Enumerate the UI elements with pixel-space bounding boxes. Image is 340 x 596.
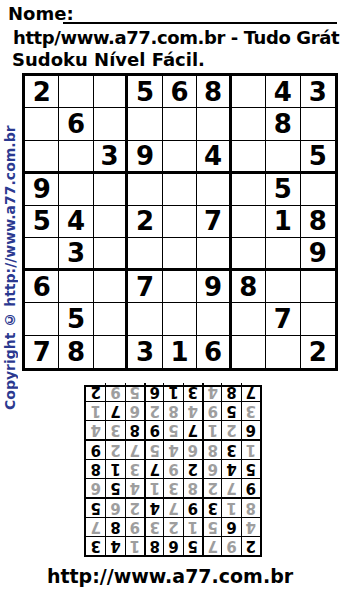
name-label: Nome:	[8, 3, 74, 24]
puzzle-cell-r9c9[interactable]: 2	[301, 336, 335, 368]
puzzle-cell-r5c2[interactable]: 4	[59, 206, 93, 238]
puzzle-cell-r5c5[interactable]	[163, 206, 197, 238]
solution-cell-r1c4: 5	[183, 536, 202, 555]
puzzle-cell-r6c9[interactable]: 9	[301, 238, 335, 271]
solution-cell-r9c7: 5	[125, 383, 144, 401]
solution-cell-r5c4: 2	[183, 459, 202, 478]
solution-cell-r1c7: 1	[125, 536, 144, 555]
puzzle-cell-r4c1[interactable]: 9	[25, 174, 59, 206]
puzzle-cell-r1c8[interactable]: 4	[266, 76, 300, 108]
puzzle-cell-r2c4[interactable]	[128, 108, 162, 140]
puzzle-cell-r9c6[interactable]: 6	[197, 336, 231, 368]
solution-cell-r2c6: 3	[144, 517, 163, 536]
solution-cell-r5c2: 4	[221, 459, 240, 478]
solution-cell-r3c9: 5	[86, 497, 105, 517]
puzzle-cell-r3c9[interactable]: 5	[301, 141, 335, 174]
solution-cell-r7c9: 4	[86, 420, 105, 439]
puzzle-cell-r1c1[interactable]: 2	[25, 76, 59, 108]
puzzle-cell-r6c6[interactable]	[197, 238, 231, 271]
puzzle-cell-r4c7[interactable]	[232, 174, 266, 206]
puzzle-cell-r4c4[interactable]	[128, 174, 162, 206]
puzzle-cell-r7c5[interactable]	[163, 271, 197, 303]
puzzle-cell-r5c8[interactable]: 1	[266, 206, 300, 238]
puzzle-cell-r5c1[interactable]: 5	[25, 206, 59, 238]
solution-cell-r3c5: 7	[163, 497, 182, 517]
puzzle-cell-r2c9[interactable]	[301, 108, 335, 140]
puzzle-cell-r8c7[interactable]	[232, 303, 266, 335]
solution-cell-r2c1: 4	[241, 517, 260, 536]
solution-cell-r7c2: 2	[221, 420, 240, 439]
solution-cell-r6c4: 6	[183, 439, 202, 459]
solution-cell-r7c4: 7	[183, 420, 202, 439]
puzzle-cell-r3c4[interactable]: 9	[128, 141, 162, 174]
puzzle-cell-r5c3[interactable]	[94, 206, 128, 238]
puzzle-cell-r4c3[interactable]	[94, 174, 128, 206]
solution-cell-r8c9: 1	[86, 401, 105, 420]
puzzle-cell-r8c2[interactable]: 5	[59, 303, 93, 335]
solution-cell-r6c8: 2	[105, 439, 124, 459]
puzzle-cell-r2c7[interactable]	[232, 108, 266, 140]
solution-cell-r6c5: 4	[163, 439, 182, 459]
puzzle-cell-r1c7[interactable]	[232, 76, 266, 108]
puzzle-cell-r9c8[interactable]	[266, 336, 300, 368]
puzzle-cell-r8c1[interactable]	[25, 303, 59, 335]
solution-cell-r5c6: 7	[144, 459, 163, 478]
puzzle-cell-r2c3[interactable]	[94, 108, 128, 140]
solution-cell-r2c4: 1	[183, 517, 202, 536]
sudoku-printable-page: Nome: http/www.a77.com.br - Tudo Grátis.…	[0, 0, 340, 596]
puzzle-cell-r3c3[interactable]: 3	[94, 141, 128, 174]
solution-cell-r1c6: 8	[144, 536, 163, 555]
puzzle-cell-r9c3[interactable]	[94, 336, 128, 368]
puzzle-cell-r6c3[interactable]	[94, 238, 128, 271]
solution-cell-r1c2: 9	[221, 536, 240, 555]
footer-url: http://www.a77.com.br	[0, 565, 340, 587]
puzzle-cell-r6c5[interactable]	[163, 238, 197, 271]
solution-cell-r2c7: 9	[125, 517, 144, 536]
puzzle-cell-r7c1[interactable]: 6	[25, 271, 59, 303]
puzzle-cell-r6c1[interactable]	[25, 238, 59, 271]
solution-cell-r7c6: 9	[144, 420, 163, 439]
solution-cell-r9c4: 3	[183, 383, 202, 401]
puzzle-cell-r7c4[interactable]: 7	[128, 271, 162, 303]
solution-cell-r7c1: 6	[241, 420, 260, 439]
solution-cell-r3c1: 8	[241, 497, 260, 517]
puzzle-cell-r2c5[interactable]	[163, 108, 197, 140]
solution-cell-r2c8: 8	[105, 517, 124, 536]
puzzle-cell-r8c9[interactable]	[301, 303, 335, 335]
solution-cell-r2c5: 2	[163, 517, 182, 536]
solution-cell-r1c5: 6	[163, 536, 182, 555]
solution-cell-r1c8: 4	[105, 536, 124, 555]
puzzle-cell-r5c4[interactable]: 2	[128, 206, 162, 238]
solution-cell-r3c8: 6	[105, 497, 124, 517]
puzzle-cell-r4c6[interactable]	[197, 174, 231, 206]
solution-cell-r3c7: 2	[125, 497, 144, 517]
puzzle-cell-r6c4[interactable]	[128, 238, 162, 271]
puzzle-cell-r3c8[interactable]	[266, 141, 300, 174]
solution-cell-r3c3: 3	[202, 497, 221, 517]
puzzle-cell-r2c8[interactable]: 8	[266, 108, 300, 140]
solution-cell-r7c8: 3	[105, 420, 124, 439]
puzzle-cell-r9c1[interactable]: 7	[25, 336, 59, 368]
solution-cell-r2c3: 5	[202, 517, 221, 536]
puzzle-cell-r4c2[interactable]	[59, 174, 93, 206]
solution-cell-r5c5: 9	[163, 459, 182, 478]
solution-cell-r3c2: 1	[221, 497, 240, 517]
solution-cell-r6c1: 1	[241, 439, 260, 459]
puzzle-cell-r9c5[interactable]: 1	[163, 336, 197, 368]
puzzle-cell-r4c9[interactable]	[301, 174, 335, 206]
puzzle-cell-r8c5[interactable]	[163, 303, 197, 335]
site-headline: http/www.a77.com.br - Tudo Grátis.	[13, 27, 340, 48]
puzzle-cell-r3c5[interactable]	[163, 141, 197, 174]
solution-cell-r5c7: 3	[125, 459, 144, 478]
puzzle-cell-r5c7[interactable]	[232, 206, 266, 238]
solution-cell-r3c6: 4	[144, 497, 163, 517]
puzzle-cell-r8c3[interactable]	[94, 303, 128, 335]
solution-cell-r3c4: 9	[183, 497, 202, 517]
puzzle-cell-r3c2[interactable]	[59, 141, 93, 174]
solution-cell-r2c2: 6	[221, 517, 240, 536]
puzzle-cell-r2c2[interactable]: 6	[59, 108, 93, 140]
puzzle-cell-r6c7[interactable]	[232, 238, 266, 271]
solution-cell-r1c3: 7	[202, 536, 221, 555]
puzzle-cell-r6c2[interactable]: 3	[59, 238, 93, 271]
puzzle-cell-r4c5[interactable]	[163, 174, 197, 206]
solution-cell-r6c6: 5	[144, 439, 163, 459]
puzzle-cell-r7c2[interactable]	[59, 271, 93, 303]
solution-cell-r4c1: 9	[241, 478, 260, 497]
copyright-vertical-text: Copyright © http://www.a77.com.br	[0, 85, 20, 450]
puzzle-cell-r1c4[interactable]: 5	[128, 76, 162, 108]
solution-cell-r5c1: 5	[241, 459, 260, 478]
solution-cell-r2c9: 7	[86, 517, 105, 536]
solution-cell-r4c5: 3	[163, 478, 182, 497]
sudoku-board: 2568436839459554271839679857783162	[22, 73, 338, 371]
puzzle-cell-r2c6[interactable]	[197, 108, 231, 140]
solution-cell-r5c3: 6	[202, 459, 221, 478]
puzzle-cell-r8c6[interactable]	[197, 303, 231, 335]
puzzle-cell-r7c3[interactable]	[94, 271, 128, 303]
solution-cell-r4c2: 7	[221, 478, 240, 497]
solution-cell-r4c9: 6	[86, 478, 105, 497]
solution-cell-r7c5: 5	[163, 420, 182, 439]
solution-cell-r6c2: 3	[221, 439, 240, 459]
puzzle-cell-r9c4[interactable]: 3	[128, 336, 162, 368]
puzzle-cell-r1c2[interactable]	[59, 76, 93, 108]
puzzle-cell-r7c8[interactable]	[266, 271, 300, 303]
solution-cell-r4c3: 2	[202, 478, 221, 497]
solution-cell-r8c1: 3	[241, 401, 260, 420]
solution-cell-r8c6: 2	[144, 401, 163, 420]
solution-cell-r8c2: 5	[221, 401, 240, 420]
solution-cell-r9c2: 8	[221, 383, 240, 401]
puzzle-cell-r8c4[interactable]	[128, 303, 162, 335]
puzzle-cell-r1c3[interactable]	[94, 76, 128, 108]
solution-cell-r9c9: 2	[86, 383, 105, 401]
solution-board-rotated: 2975681434651239878139742659728314565462…	[84, 385, 262, 557]
solution-cell-r8c7: 6	[125, 401, 144, 420]
solution-cell-r8c4: 4	[183, 401, 202, 420]
puzzle-cell-r3c6[interactable]: 4	[197, 141, 231, 174]
puzzle-cell-r6c8[interactable]	[266, 238, 300, 271]
solution-cell-r1c9: 3	[86, 536, 105, 555]
solution-cell-r9c6: 6	[144, 383, 163, 401]
puzzle-cell-r9c7[interactable]	[232, 336, 266, 368]
solution-cell-r8c8: 7	[105, 401, 124, 420]
solution-cell-r7c3: 1	[202, 420, 221, 439]
puzzle-cell-r1c6[interactable]: 8	[197, 76, 231, 108]
puzzle-level-title: Sudoku Nível Fácil.	[12, 49, 205, 70]
puzzle-cell-r8c8[interactable]: 7	[266, 303, 300, 335]
solution-cell-r4c7: 4	[125, 478, 144, 497]
solution-cell-r9c3: 4	[202, 383, 221, 401]
solution-cell-r1c1: 2	[241, 536, 260, 555]
puzzle-cell-r1c5[interactable]: 6	[163, 76, 197, 108]
puzzle-cell-r7c9[interactable]	[301, 271, 335, 303]
puzzle-cell-r3c1[interactable]	[25, 141, 59, 174]
puzzle-cell-r9c2[interactable]: 8	[59, 336, 93, 368]
puzzle-cell-r5c6[interactable]: 7	[197, 206, 231, 238]
puzzle-cell-r1c9[interactable]: 3	[301, 76, 335, 108]
name-underline	[63, 22, 337, 24]
solution-cell-r8c3: 9	[202, 401, 221, 420]
solution-cell-r6c7: 7	[125, 439, 144, 459]
solution-cell-r9c1: 7	[241, 383, 260, 401]
puzzle-cell-r7c7[interactable]: 8	[232, 271, 266, 303]
solution-cell-r9c8: 9	[105, 383, 124, 401]
solution-cell-r4c8: 5	[105, 478, 124, 497]
solution-cell-r9c5: 1	[163, 383, 182, 401]
solution-cell-r7c7: 8	[125, 420, 144, 439]
puzzle-cell-r5c9[interactable]: 8	[301, 206, 335, 238]
solution-cell-r5c8: 1	[105, 459, 124, 478]
puzzle-cell-r3c7[interactable]	[232, 141, 266, 174]
solution-cell-r6c3: 8	[202, 439, 221, 459]
puzzle-cell-r4c8[interactable]: 5	[266, 174, 300, 206]
puzzle-cell-r2c1[interactable]	[25, 108, 59, 140]
solution-cell-r4c6: 1	[144, 478, 163, 497]
solution-cell-r6c9: 9	[86, 439, 105, 459]
solution-cell-r5c9: 8	[86, 459, 105, 478]
solution-cell-r8c5: 8	[163, 401, 182, 420]
puzzle-cell-r7c6[interactable]: 9	[197, 271, 231, 303]
solution-cell-r4c4: 8	[183, 478, 202, 497]
